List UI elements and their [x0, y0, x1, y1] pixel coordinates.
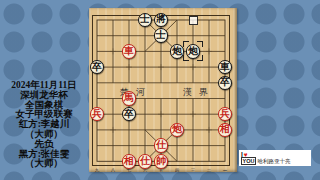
piece-red-elephant: 相 — [218, 123, 233, 138]
piece-red-chariot: 車 — [122, 44, 137, 59]
piece-red-cannon: 炮 — [170, 123, 185, 138]
watermark: I♥ YOU 哈利路亚十亮 — [239, 150, 311, 166]
piece-black-soldier: 卒 — [90, 60, 105, 75]
last-move-destination-marker — [183, 41, 203, 61]
last-move-origin-marker — [189, 16, 198, 25]
piece-red-soldier: 兵 — [90, 107, 105, 122]
piece-black-chariot: 車 — [218, 60, 233, 75]
piece-black-soldier: 卒 — [218, 76, 233, 91]
piece-red-soldier: 兵 — [218, 107, 233, 122]
xiangqi-board: 楚河漢界九八七六五四三二一 士將士車炮炮卒車卒馬兵卒兵炮相仕相仕帥 — [89, 8, 237, 172]
piece-black-general: 將 — [154, 13, 169, 28]
piece-red-horse: 馬 — [122, 91, 137, 106]
game-info-panel: 2024年11月11日 深圳龙华杯 全国象棋 女子甲级联赛 红方:李越川 （大师… — [0, 81, 88, 169]
piece-red-general: 帥 — [154, 154, 169, 169]
piece-red-advisor: 仕 — [138, 154, 153, 169]
info-line-black-title: （大师） — [0, 159, 88, 169]
piece-red-elephant: 相 — [122, 154, 137, 169]
video-frame: 2024年11月11日 深圳龙华杯 全国象棋 女子甲级联赛 红方:李越川 （大师… — [0, 0, 320, 180]
watermark-line2: YOU 哈利路亚十亮 — [241, 158, 309, 165]
piece-black-advisor: 士 — [154, 28, 169, 43]
piece-black-advisor: 士 — [138, 13, 153, 28]
pieces-layer: 士將士車炮炮卒車卒馬兵卒兵炮相仕相仕帥 — [89, 8, 237, 172]
piece-black-soldier: 卒 — [122, 107, 137, 122]
piece-red-advisor: 仕 — [154, 138, 169, 153]
